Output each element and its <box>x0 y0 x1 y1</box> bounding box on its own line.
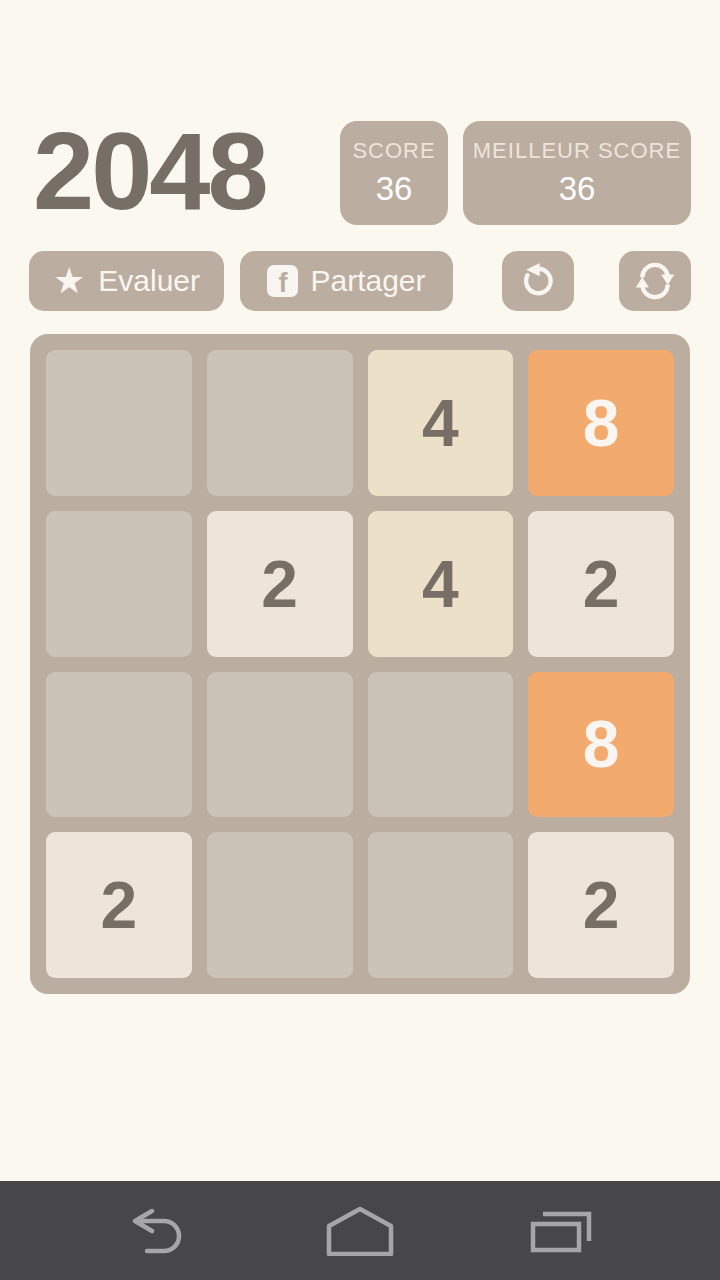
home-icon[interactable] <box>325 1206 395 1256</box>
app-root: 2048 SCORE 36 MEILLEUR SCORE 36 ★ Evalue… <box>0 0 720 1280</box>
new-game-button[interactable] <box>619 251 691 311</box>
board[interactable]: 48242822 <box>30 334 690 994</box>
tile-8-r3c4: 8 <box>528 672 674 818</box>
tile-2-r4c4: 2 <box>528 832 674 978</box>
empty-cell-r3c3 <box>368 672 514 818</box>
facebook-icon: f <box>267 265 298 297</box>
refresh-sync-icon <box>634 260 676 302</box>
empty-cell-r2c1 <box>46 511 192 657</box>
tile-4-r1c3: 4 <box>368 350 514 496</box>
rate-button[interactable]: ★ Evaluer <box>29 251 224 311</box>
star-icon: ★ <box>53 263 85 299</box>
empty-cell-r3c1 <box>46 672 192 818</box>
tile-2-r2c2: 2 <box>207 511 353 657</box>
best-score-box: MEILLEUR SCORE 36 <box>463 121 691 225</box>
score-label: SCORE <box>352 138 435 164</box>
share-button-label: Partager <box>310 264 425 298</box>
rate-button-label: Evaluer <box>98 264 200 298</box>
best-score-value: 36 <box>559 170 596 208</box>
tile-4-r2c3: 4 <box>368 511 514 657</box>
undo-rotate-icon <box>517 260 559 302</box>
empty-cell-r3c2 <box>207 672 353 818</box>
empty-cell-r1c1 <box>46 350 192 496</box>
tile-2-r4c1: 2 <box>46 832 192 978</box>
undo-button[interactable] <box>502 251 574 311</box>
back-icon[interactable] <box>128 1208 192 1254</box>
score-value: 36 <box>376 170 413 208</box>
app-title: 2048 <box>33 118 266 222</box>
best-score-label: MEILLEUR SCORE <box>473 138 681 164</box>
android-navbar <box>0 1181 720 1280</box>
empty-cell-r4c3 <box>368 832 514 978</box>
score-box: SCORE 36 <box>340 121 448 225</box>
empty-cell-r1c2 <box>207 350 353 496</box>
tile-2-r2c4: 2 <box>528 511 674 657</box>
share-button[interactable]: f Partager <box>240 251 453 311</box>
tile-8-r1c4: 8 <box>528 350 674 496</box>
empty-cell-r4c2 <box>207 832 353 978</box>
recent-apps-icon[interactable] <box>530 1209 592 1253</box>
